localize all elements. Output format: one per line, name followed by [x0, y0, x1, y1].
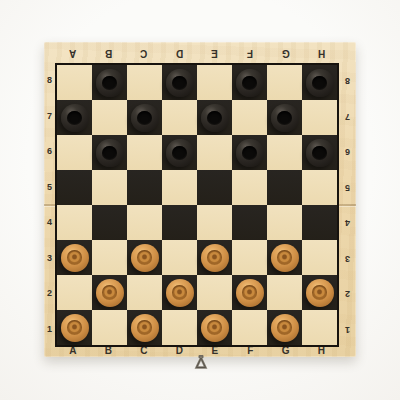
white-checker-e3[interactable]: ⛀	[201, 244, 229, 272]
square-e8[interactable]	[197, 65, 232, 100]
file-label-top-a: A	[69, 48, 76, 58]
square-e5[interactable]	[197, 170, 232, 205]
square-a8[interactable]	[57, 65, 92, 100]
file-label-top-f: F	[247, 48, 253, 58]
square-h3[interactable]	[302, 240, 337, 275]
square-a5[interactable]	[57, 170, 92, 205]
black-checker-b6[interactable]: ⛂	[96, 139, 124, 167]
square-c2[interactable]	[127, 275, 162, 310]
square-e7[interactable]: ⛂	[197, 100, 232, 135]
black-checker-d8[interactable]: ⛂	[166, 69, 194, 97]
square-g6[interactable]	[267, 135, 302, 170]
white-checker-h2[interactable]: ⛀	[306, 279, 334, 307]
square-g8[interactable]	[267, 65, 302, 100]
black-checker-c7[interactable]: ⛂	[131, 104, 159, 132]
square-h7[interactable]	[302, 100, 337, 135]
square-b1[interactable]	[92, 310, 127, 345]
file-label-bottom-d: D	[176, 346, 183, 356]
square-c6[interactable]	[127, 135, 162, 170]
white-checker-a1[interactable]: ⛀	[61, 314, 89, 342]
square-c3[interactable]: ⛀	[127, 240, 162, 275]
rank-label-right-6: 6	[345, 147, 350, 156]
square-a6[interactable]	[57, 135, 92, 170]
square-g2[interactable]	[267, 275, 302, 310]
square-d8[interactable]: ⛂	[162, 65, 197, 100]
file-label-top-b: B	[105, 48, 112, 58]
rank-label-left-7: 7	[47, 112, 52, 121]
square-e6[interactable]	[197, 135, 232, 170]
rank-label-right-7: 7	[345, 112, 350, 121]
square-d1[interactable]	[162, 310, 197, 345]
square-b5[interactable]	[92, 170, 127, 205]
rank-label-left-4: 4	[47, 218, 52, 227]
black-checker-g7[interactable]: ⛂	[271, 104, 299, 132]
file-labels-top: ABCDEFGH	[55, 42, 339, 63]
black-checker-a7[interactable]: ⛂	[61, 104, 89, 132]
rank-label-right-8: 8	[345, 76, 350, 85]
rank-label-left-3: 3	[47, 254, 52, 263]
square-d2[interactable]: ⛀	[162, 275, 197, 310]
file-label-top-e: E	[211, 48, 218, 58]
white-checker-d2[interactable]: ⛀	[166, 279, 194, 307]
square-g4[interactable]	[267, 205, 302, 240]
square-g1[interactable]: ⛀	[267, 310, 302, 345]
black-checker-d6[interactable]: ⛂	[166, 139, 194, 167]
white-checker-g1[interactable]: ⛀	[271, 314, 299, 342]
black-checker-h8[interactable]: ⛂	[306, 69, 334, 97]
square-a7[interactable]: ⛂	[57, 100, 92, 135]
white-checker-a3[interactable]: ⛀	[61, 244, 89, 272]
rank-label-left-5: 5	[47, 183, 52, 192]
square-g3[interactable]: ⛀	[267, 240, 302, 275]
square-e3[interactable]: ⛀	[197, 240, 232, 275]
white-checker-b2[interactable]: ⛀	[96, 279, 124, 307]
square-c1[interactable]: ⛀	[127, 310, 162, 345]
square-b2[interactable]: ⛀	[92, 275, 127, 310]
black-checker-f6[interactable]: ⛂	[236, 139, 264, 167]
square-f3[interactable]	[232, 240, 267, 275]
square-f5[interactable]	[232, 170, 267, 205]
rank-label-right-4: 4	[345, 218, 350, 227]
scene: ABCDEFGH 87654321 87654321 ABCDEFGH ⛂⛂⛂⛂…	[0, 0, 400, 400]
file-label-bottom-f: F	[247, 346, 253, 356]
square-f7[interactable]	[232, 100, 267, 135]
square-e2[interactable]	[197, 275, 232, 310]
file-label-top-c: C	[140, 48, 147, 58]
square-c8[interactable]	[127, 65, 162, 100]
white-checker-c3[interactable]: ⛀	[131, 244, 159, 272]
file-label-bottom-e: E	[211, 346, 218, 356]
square-h2[interactable]: ⛀	[302, 275, 337, 310]
square-b7[interactable]	[92, 100, 127, 135]
square-f1[interactable]	[232, 310, 267, 345]
rank-label-right-3: 3	[345, 254, 350, 263]
square-b8[interactable]: ⛂	[92, 65, 127, 100]
file-label-top-d: D	[176, 48, 183, 58]
square-f2[interactable]: ⛀	[232, 275, 267, 310]
board-grid: ⛂⛂⛂⛂⛂⛂⛂⛂⛂⛂⛂⛂⛀⛀⛀⛀⛀⛀⛀⛀⛀⛀⛀⛀	[55, 63, 339, 347]
square-h1[interactable]	[302, 310, 337, 345]
square-a3[interactable]: ⛀	[57, 240, 92, 275]
rank-label-left-2: 2	[47, 289, 52, 298]
file-label-bottom-h: H	[318, 346, 325, 356]
rank-label-right-1: 1	[345, 325, 350, 334]
square-g7[interactable]: ⛂	[267, 100, 302, 135]
square-e4[interactable]	[197, 205, 232, 240]
file-label-top-g: G	[282, 48, 290, 58]
square-b3[interactable]	[92, 240, 127, 275]
white-checker-f2[interactable]: ⛀	[236, 279, 264, 307]
black-checker-h6[interactable]: ⛂	[306, 139, 334, 167]
square-g5[interactable]	[267, 170, 302, 205]
white-checker-c1[interactable]: ⛀	[131, 314, 159, 342]
square-b6[interactable]: ⛂	[92, 135, 127, 170]
square-f4[interactable]	[232, 205, 267, 240]
file-label-bottom-g: G	[282, 346, 290, 356]
square-d7[interactable]	[162, 100, 197, 135]
square-d5[interactable]	[162, 170, 197, 205]
rank-label-left-1: 1	[47, 325, 52, 334]
rank-labels-left: 87654321	[44, 63, 55, 347]
square-h8[interactable]: ⛂	[302, 65, 337, 100]
file-label-bottom-a: A	[69, 346, 76, 356]
file-label-bottom-b: B	[105, 346, 112, 356]
rank-label-right-2: 2	[345, 289, 350, 298]
square-c4[interactable]	[127, 205, 162, 240]
rank-label-left-6: 6	[47, 147, 52, 156]
square-h4[interactable]	[302, 205, 337, 240]
square-h6[interactable]: ⛂	[302, 135, 337, 170]
square-f6[interactable]: ⛂	[232, 135, 267, 170]
square-c5[interactable]	[127, 170, 162, 205]
square-d3[interactable]	[162, 240, 197, 275]
square-a2[interactable]	[57, 275, 92, 310]
rank-label-right-5: 5	[345, 183, 350, 192]
square-a4[interactable]	[57, 205, 92, 240]
black-checker-e7[interactable]: ⛂	[201, 104, 229, 132]
checkers-board: ABCDEFGH 87654321 87654321 ABCDEFGH ⛂⛂⛂⛂…	[44, 42, 356, 357]
square-b4[interactable]	[92, 205, 127, 240]
black-checker-f8[interactable]: ⛂	[236, 69, 264, 97]
white-checker-e1[interactable]: ⛀	[201, 314, 229, 342]
square-a1[interactable]: ⛀	[57, 310, 92, 345]
rank-labels-right: 87654321	[339, 63, 356, 347]
square-h5[interactable]	[302, 170, 337, 205]
rank-label-left-8: 8	[47, 76, 52, 85]
file-label-top-h: H	[318, 48, 325, 58]
black-checker-b8[interactable]: ⛂	[96, 69, 124, 97]
square-e1[interactable]: ⛀	[197, 310, 232, 345]
square-d6[interactable]: ⛂	[162, 135, 197, 170]
latch-icon	[192, 355, 210, 370]
square-c7[interactable]: ⛂	[127, 100, 162, 135]
file-label-bottom-c: C	[140, 346, 147, 356]
white-checker-g3[interactable]: ⛀	[271, 244, 299, 272]
square-f8[interactable]: ⛂	[232, 65, 267, 100]
square-d4[interactable]	[162, 205, 197, 240]
